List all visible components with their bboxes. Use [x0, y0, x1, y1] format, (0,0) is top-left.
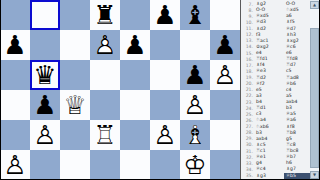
- square-b7[interactable]: [30, 0, 60, 30]
- square-f6[interactable]: [150, 30, 180, 60]
- piece-white-bishop[interactable]: ♝♗: [181, 121, 209, 149]
- move-number: 19.: [242, 75, 254, 80]
- chess-gui-frame: ♜♟♝♟♟♙♟♟♛♟♟♙♟♛♕♟♙♟♙♜♖♟♙♝♗♟♙♚♔ 7.♗g2O-O8.…: [0, 0, 320, 180]
- piece-white-pawn[interactable]: ♟♙: [181, 91, 209, 119]
- square-e6[interactable]: ♟: [120, 30, 150, 60]
- move-number: 30.: [242, 142, 254, 147]
- square-h2[interactable]: [210, 150, 240, 180]
- piece-outline: ♕: [61, 91, 89, 119]
- move-number: 20.: [242, 81, 254, 86]
- square-e5[interactable]: [120, 60, 150, 90]
- piece-white-pawn[interactable]: ♟♙: [91, 31, 119, 59]
- piece-glyph: ♛: [31, 61, 59, 89]
- piece-white-pawn[interactable]: ♟♙: [31, 121, 59, 149]
- square-d2[interactable]: [90, 150, 120, 180]
- square-g6[interactable]: [180, 30, 210, 60]
- square-a5[interactable]: [0, 60, 30, 90]
- move-number: 16.: [242, 57, 254, 62]
- square-g5[interactable]: ♟: [180, 60, 210, 90]
- scrollbar-thumb[interactable]: [310, 28, 319, 168]
- move-list-panel: 7.♗g2O-O8.O-O♘xd59.♕xd5a610.♕d3♗f511.♗d2…: [240, 0, 320, 180]
- move-number: 25.: [242, 112, 254, 117]
- move-number: 31.: [242, 149, 254, 154]
- square-e4[interactable]: [120, 90, 150, 120]
- square-c3[interactable]: [60, 120, 90, 150]
- piece-black-rook[interactable]: ♜: [91, 1, 119, 29]
- scroll-down-icon[interactable]: ▼: [310, 171, 319, 179]
- piece-black-bishop[interactable]: ♝: [181, 1, 209, 29]
- move-number: 33.: [242, 161, 254, 166]
- square-f4[interactable]: [150, 90, 180, 120]
- scrollbar-track[interactable]: [310, 9, 319, 171]
- square-g7[interactable]: ♝: [180, 0, 210, 30]
- piece-outline: ♔: [181, 151, 209, 179]
- square-e3[interactable]: [120, 120, 150, 150]
- square-h3[interactable]: [210, 120, 240, 150]
- move-number: 34.: [242, 167, 254, 172]
- square-g3[interactable]: ♝♗: [180, 120, 210, 150]
- piece-glyph: ♜: [91, 1, 119, 29]
- piece-black-pawn[interactable]: ♟: [121, 31, 149, 59]
- move-list-scrollbar[interactable]: ▲ ▼: [310, 0, 319, 180]
- square-d4[interactable]: [90, 90, 120, 120]
- square-c4[interactable]: ♛♕: [60, 90, 90, 120]
- frame-edge-left: [0, 0, 1, 180]
- chess-board: ♜♟♝♟♟♙♟♟♛♟♟♙♟♛♕♟♙♟♙♜♖♟♙♝♗♟♙♚♔: [0, 0, 240, 180]
- move-number: 27.: [242, 124, 254, 129]
- move-number: 10.: [242, 20, 254, 25]
- piece-outline: ♙: [1, 151, 29, 179]
- square-a6[interactable]: ♟: [0, 30, 30, 60]
- square-b5[interactable]: ♛: [30, 60, 60, 90]
- move-number: 11.: [242, 26, 254, 31]
- piece-white-queen[interactable]: ♛♕: [61, 91, 89, 119]
- scroll-up-icon[interactable]: ▲: [310, 1, 319, 9]
- move-number: 17.: [242, 63, 254, 68]
- piece-white-pawn[interactable]: ♟♙: [1, 151, 29, 179]
- square-c7[interactable]: [60, 0, 90, 30]
- piece-outline: ♙: [181, 91, 209, 119]
- piece-black-pawn[interactable]: ♟: [211, 31, 239, 59]
- move-number: 32.: [242, 155, 254, 160]
- piece-outline: ♙: [211, 61, 239, 89]
- square-b3[interactable]: ♟♙: [30, 120, 60, 150]
- piece-black-pawn[interactable]: ♟: [1, 31, 29, 59]
- square-b6[interactable]: [30, 30, 60, 60]
- square-f7[interactable]: ♟: [150, 0, 180, 30]
- piece-outline: ♙: [31, 121, 59, 149]
- square-c5[interactable]: [60, 60, 90, 90]
- white-move-cell[interactable]: ♗g3: [254, 173, 284, 179]
- square-h5[interactable]: ♟♙: [210, 60, 240, 90]
- move-number: 18.: [242, 69, 254, 74]
- move-number: 13.: [242, 38, 254, 43]
- move-number: 15.: [242, 51, 254, 56]
- square-d7[interactable]: ♜: [90, 0, 120, 30]
- move-list: 7.♗g2O-O8.O-O♘xd59.♕xd5a610.♕d3♗f511.♗d2…: [242, 1, 311, 179]
- move-number: 21.: [242, 87, 254, 92]
- piece-white-pawn[interactable]: ♟♙: [211, 61, 239, 89]
- piece-black-pawn[interactable]: ♟: [181, 61, 209, 89]
- square-f3[interactable]: ♟♙: [150, 120, 180, 150]
- move-number: 23.: [242, 100, 254, 105]
- piece-glyph: ♟: [151, 1, 179, 29]
- square-a4[interactable]: [0, 90, 30, 120]
- frame-edge-bottom: [0, 179, 320, 180]
- square-a3[interactable]: [0, 120, 30, 150]
- piece-outline: ♖: [91, 121, 119, 149]
- move-number: 8.: [242, 8, 254, 13]
- square-d5[interactable]: [90, 60, 120, 90]
- square-c6[interactable]: [60, 30, 90, 60]
- square-h6[interactable]: ♟: [210, 30, 240, 60]
- move-number: 28.: [242, 130, 254, 135]
- square-f5[interactable]: [150, 60, 180, 90]
- piece-glyph: ♟: [211, 31, 239, 59]
- move-row: 35.♗g3♕b5: [242, 173, 311, 179]
- move-number: 12.: [242, 32, 254, 37]
- piece-white-pawn[interactable]: ♟♙: [151, 121, 179, 149]
- square-h7[interactable]: [210, 0, 240, 30]
- piece-black-pawn[interactable]: ♟: [31, 91, 59, 119]
- square-e2[interactable]: [120, 150, 150, 180]
- move-number: 35.: [242, 173, 254, 178]
- square-a2[interactable]: ♟♙: [0, 150, 30, 180]
- move-number: 26.: [242, 118, 254, 123]
- square-d6[interactable]: ♟♙: [90, 30, 120, 60]
- square-b2[interactable]: [30, 150, 60, 180]
- piece-glyph: ♟: [1, 31, 29, 59]
- piece-glyph: ♟: [181, 61, 209, 89]
- piece-white-king[interactable]: ♚♔: [181, 151, 209, 179]
- piece-outline: ♙: [91, 31, 119, 59]
- move-number: 22.: [242, 93, 254, 98]
- piece-black-pawn[interactable]: ♟: [151, 1, 179, 29]
- piece-outline: ♗: [181, 121, 209, 149]
- square-g2[interactable]: ♚♔: [180, 150, 210, 180]
- piece-glyph: ♟: [31, 91, 59, 119]
- square-h4[interactable]: [210, 90, 240, 120]
- piece-white-rook[interactable]: ♜♖: [91, 121, 119, 149]
- square-d3[interactable]: ♜♖: [90, 120, 120, 150]
- piece-glyph: ♟: [121, 31, 149, 59]
- piece-black-queen[interactable]: ♛: [31, 61, 59, 89]
- square-b4[interactable]: ♟: [30, 90, 60, 120]
- square-a7[interactable]: [0, 0, 30, 30]
- move-number: 9.: [242, 14, 254, 19]
- square-c2[interactable]: [60, 150, 90, 180]
- piece-outline: ♙: [151, 121, 179, 149]
- move-number: 14.: [242, 44, 254, 49]
- move-number: 7.: [242, 2, 254, 7]
- move-number: 29.: [242, 136, 254, 141]
- square-f2[interactable]: [150, 150, 180, 180]
- square-g4[interactable]: ♟♙: [180, 90, 210, 120]
- move-number: 24.: [242, 106, 254, 111]
- piece-glyph: ♝: [181, 1, 209, 29]
- square-e7[interactable]: [120, 0, 150, 30]
